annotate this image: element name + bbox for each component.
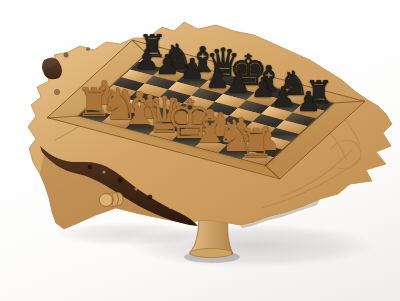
piece-black-pawn[interactable]: ♟: [180, 55, 205, 82]
piece-white-rook[interactable]: ♜: [238, 123, 274, 163]
drawer-knob[interactable]: [100, 192, 124, 207]
piece-black-pawn[interactable]: ♟: [155, 51, 180, 78]
piece-black-pawn[interactable]: ♟: [271, 83, 296, 110]
piece-black-pawn[interactable]: ♟: [226, 69, 251, 96]
piece-black-pawn[interactable]: ♟: [296, 87, 321, 114]
cast-shadow-left: [56, 222, 200, 246]
chess-set-photo: ♜♞♝♛♚♝♞♜♟♟♟♟♟♟♟♟♟♟♟♟♟♟♟♟♜♞♝♛♚♝♞♜: [0, 0, 400, 301]
